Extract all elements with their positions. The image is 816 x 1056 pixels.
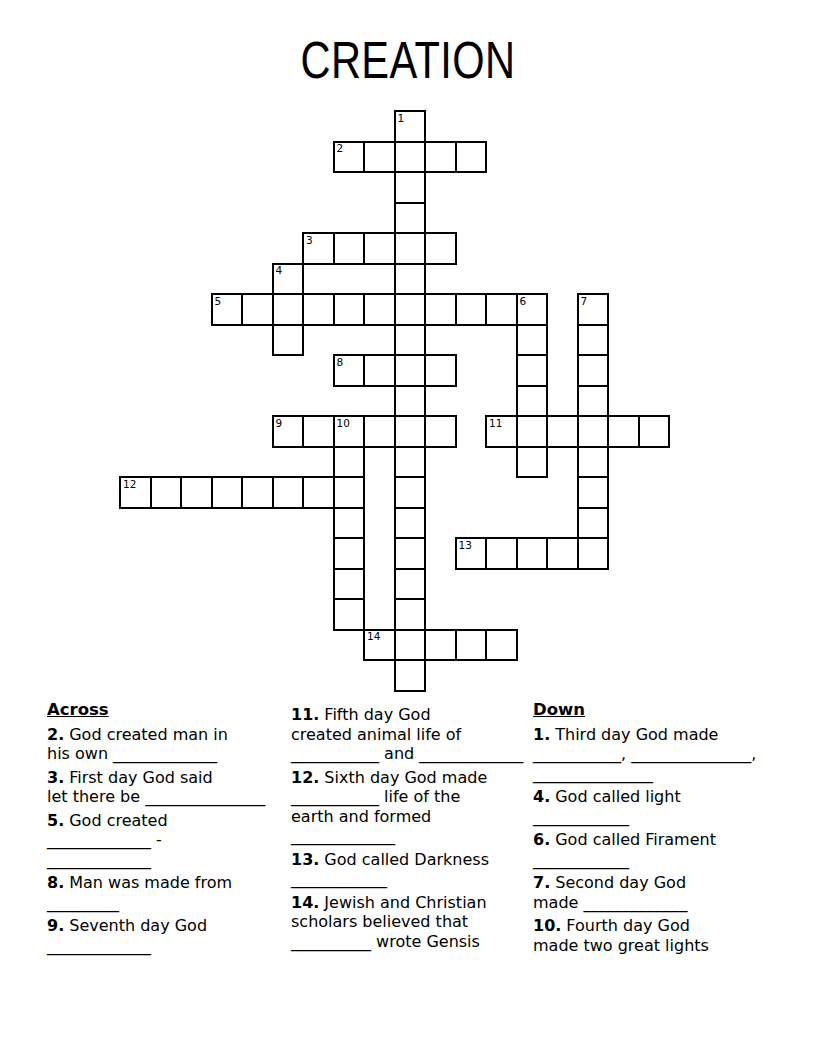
clue-item: 11.Fifth day God created animal life of … [291, 705, 531, 764]
clue-item: 14.Jewish and Christian scholars believe… [291, 893, 531, 952]
grid-cell[interactable] [394, 629, 427, 662]
clue-number: 3 [306, 235, 313, 246]
grid-cell[interactable] [302, 415, 335, 448]
grid-cell[interactable]: 12 [119, 476, 152, 509]
clue-item: 1.Third day God made ___________, ______… [533, 725, 805, 784]
clue-item-number: 2. [47, 725, 64, 744]
clue-item-text: Third day God made ___________, ________… [533, 725, 756, 783]
clue-item-number: 6. [533, 830, 550, 849]
grid-cell[interactable] [577, 354, 610, 387]
grid-cell[interactable] [424, 629, 457, 662]
grid-cell[interactable] [577, 507, 610, 540]
down-header: Down [533, 700, 805, 720]
grid-cell[interactable] [333, 232, 366, 265]
clue-number: 1 [398, 113, 405, 124]
grid-cell[interactable] [333, 507, 366, 540]
grid-cell[interactable]: 7 [577, 293, 610, 326]
clue-item: 9.Seventh day God _____________ [47, 916, 287, 955]
grid-cell[interactable] [455, 293, 488, 326]
grid-cell[interactable] [394, 263, 427, 296]
grid-cell[interactable] [394, 598, 427, 631]
grid-cell[interactable] [363, 415, 396, 448]
grid-cell[interactable] [394, 324, 427, 357]
grid-cell[interactable] [424, 293, 457, 326]
grid-cell[interactable] [394, 293, 427, 326]
clue-item-number: 13. [291, 850, 319, 869]
clue-item-number: 3. [47, 768, 64, 787]
grid-cell[interactable]: 9 [272, 415, 305, 448]
grid-cell[interactable] [333, 568, 366, 601]
clue-item-text: Seventh day God _____________ [47, 916, 207, 955]
clue-number: 9 [276, 418, 283, 429]
grid-cell[interactable] [394, 537, 427, 570]
clue-item-number: 10. [533, 916, 561, 935]
clue-item-number: 4. [533, 787, 550, 806]
grid-cell[interactable] [607, 415, 640, 448]
grid-cell[interactable] [455, 141, 488, 174]
grid-cell[interactable]: 6 [516, 293, 549, 326]
clue-item: 10.Fourth day God made two great lights [533, 916, 805, 955]
grid-cell[interactable] [394, 141, 427, 174]
clue-number: 6 [520, 296, 527, 307]
grid-cell[interactable] [516, 385, 549, 418]
grid-cell[interactable] [363, 354, 396, 387]
clue-number: 12 [123, 479, 136, 490]
grid-cell[interactable] [363, 232, 396, 265]
clue-number: 8 [337, 357, 344, 368]
grid-cell[interactable] [394, 507, 427, 540]
grid-cell[interactable]: 13 [455, 537, 488, 570]
clue-column-across-continued: 11.Fifth day God created animal life of … [291, 705, 531, 955]
clue-column-across: Across 2.God created man in his own ____… [47, 700, 287, 959]
clue-item-text: Jewish and Christian scholars believed t… [291, 893, 487, 951]
grid-cell[interactable] [394, 202, 427, 235]
grid-cell[interactable] [333, 598, 366, 631]
grid-cell[interactable] [394, 446, 427, 479]
grid-cell[interactable] [424, 415, 457, 448]
grid-cell[interactable] [394, 354, 427, 387]
clue-item-number: 5. [47, 811, 64, 830]
puzzle-title: CREATION [82, 30, 735, 90]
grid-cell[interactable] [485, 293, 518, 326]
grid-cell[interactable] [363, 141, 396, 174]
grid-cell[interactable] [302, 476, 335, 509]
clue-item: 8.Man was made from _________ [47, 873, 287, 912]
grid-cell[interactable]: 8 [333, 354, 366, 387]
clue-item-number: 11. [291, 705, 319, 724]
grid-cell[interactable] [577, 446, 610, 479]
clue-item: 4.God called light ____________ [533, 787, 805, 826]
grid-cell[interactable] [272, 476, 305, 509]
grid-cell[interactable]: 14 [363, 629, 396, 662]
clue-column-down: Down 1.Third day God made ___________, _… [533, 700, 805, 959]
grid-cell[interactable]: 3 [302, 232, 335, 265]
clue-item: 13.God called Darkness ____________ [291, 850, 531, 889]
grid-cell[interactable]: 1 [394, 110, 427, 143]
clue-number: 10 [337, 418, 350, 429]
grid-cell[interactable] [577, 385, 610, 418]
clue-number: 7 [581, 296, 588, 307]
grid-cell[interactable] [424, 141, 457, 174]
grid-cell[interactable]: 5 [211, 293, 244, 326]
clue-item-number: 9. [47, 916, 64, 935]
clue-item-number: 12. [291, 768, 319, 787]
clue-item-text: God created _____________ - ____________… [47, 811, 168, 869]
clue-item-number: 14. [291, 893, 319, 912]
clue-item: 7.Second day God made _____________ [533, 873, 805, 912]
clue-item: 5.God created _____________ - __________… [47, 811, 287, 870]
clue-number: 2 [337, 143, 344, 154]
grid-cell[interactable] [424, 354, 457, 387]
grid-cell[interactable] [516, 354, 549, 387]
clue-item-number: 8. [47, 873, 64, 892]
clue-item-text: Fifth day God created animal life of ___… [291, 705, 523, 763]
clue-item: 12.Sixth day God made ___________ life o… [291, 768, 531, 846]
grid-cell[interactable] [577, 476, 610, 509]
grid-cell[interactable] [241, 293, 274, 326]
grid-cell[interactable] [394, 476, 427, 509]
grid-cell[interactable] [211, 476, 244, 509]
grid-cell[interactable] [577, 537, 610, 570]
clue-item-text: God called light ____________ [533, 787, 681, 826]
worksheet-page: CREATION 1234567891011121314 Across 2.Go… [0, 0, 816, 1056]
grid-cell[interactable] [577, 415, 610, 448]
clue-number: 14 [367, 631, 380, 642]
clue-number: 13 [459, 540, 472, 551]
clue-item-text: God called Darkness ____________ [291, 850, 489, 889]
grid-cell[interactable] [577, 324, 610, 357]
grid-cell[interactable] [241, 476, 274, 509]
grid-cell[interactable] [394, 415, 427, 448]
grid-cell[interactable] [333, 446, 366, 479]
clue-item: 6.God called Firament ____________ [533, 830, 805, 869]
grid-cell[interactable] [394, 659, 427, 692]
grid-cell[interactable]: 11 [485, 415, 518, 448]
clue-item-text: Second day God made _____________ [533, 873, 687, 912]
grid-cell[interactable] [333, 293, 366, 326]
grid-cell[interactable] [272, 293, 305, 326]
grid-cell[interactable] [150, 476, 183, 509]
grid-cell[interactable]: 2 [333, 141, 366, 174]
grid-cell[interactable] [455, 629, 488, 662]
grid-cell[interactable] [363, 293, 396, 326]
clue-item-number: 1. [533, 725, 550, 744]
grid-cell[interactable] [333, 537, 366, 570]
grid-cell[interactable] [272, 324, 305, 357]
clue-number: 5 [215, 296, 222, 307]
clue-item: 2.God created man in his own ___________… [47, 725, 287, 764]
grid-cell[interactable] [485, 537, 518, 570]
grid-cell[interactable] [394, 385, 427, 418]
clue-item-number: 7. [533, 873, 550, 892]
clue-item-text: God called Firament ____________ [533, 830, 716, 869]
grid-cell[interactable] [516, 324, 549, 357]
clue-item-text: God created man in his own _____________ [47, 725, 228, 764]
grid-cell[interactable] [394, 232, 427, 265]
clue-item-text: First day God said let there be ________… [47, 768, 265, 807]
grid-cell[interactable] [516, 415, 549, 448]
clue-item-text: Man was made from _________ [47, 873, 232, 912]
grid-cell[interactable] [516, 446, 549, 479]
grid-cell[interactable] [516, 537, 549, 570]
clue-item-text: Sixth day God made ___________ life of t… [291, 768, 487, 846]
grid-cell[interactable] [424, 232, 457, 265]
grid-cell[interactable] [394, 568, 427, 601]
grid-cell[interactable] [333, 476, 366, 509]
clue-item: 3.First day God said let there be ______… [47, 768, 287, 807]
grid-cell[interactable] [546, 537, 579, 570]
grid-cell[interactable]: 4 [272, 263, 305, 296]
grid-cell[interactable] [180, 476, 213, 509]
grid-cell[interactable] [546, 415, 579, 448]
clue-number: 4 [276, 265, 283, 276]
grid-cell[interactable] [638, 415, 671, 448]
clue-number: 11 [489, 418, 502, 429]
grid-cell[interactable] [485, 629, 518, 662]
grid-cell[interactable] [394, 171, 427, 204]
crossword-grid: 1234567891011121314 [119, 110, 670, 692]
grid-cell[interactable] [302, 293, 335, 326]
grid-cell[interactable]: 10 [333, 415, 366, 448]
across-header: Across [47, 700, 287, 720]
